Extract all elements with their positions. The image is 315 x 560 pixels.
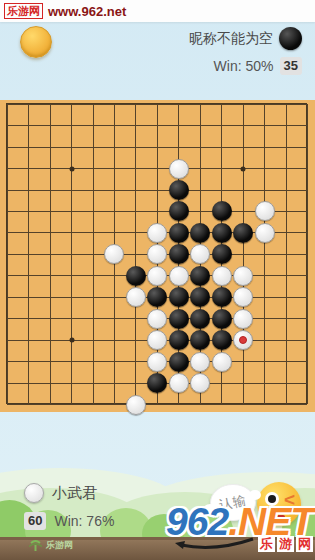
stone-black [190,287,210,307]
star-point [69,338,74,343]
stone-black [212,330,232,350]
black-stone-icon [279,27,302,50]
site-url: www.962.net [48,4,126,19]
board[interactable] [0,100,315,412]
stone-black [169,330,189,350]
stone-white [233,287,253,307]
stone-white [169,373,189,393]
stone-white [104,244,124,264]
player-panel: 小武君 60 Win: 76% [24,483,114,530]
stone-white [190,244,210,264]
signal-icon [28,538,43,552]
stone-white [169,266,189,286]
stone-white [147,223,167,243]
stone-black [147,287,167,307]
stone-white [147,244,167,264]
opponent-name: 昵称不能为空 [189,30,273,48]
stone-white [147,352,167,372]
site-watermark-bar: 乐游网 www.962.net [0,0,315,22]
star-point [241,166,246,171]
player-winrate: Win: 76% [54,513,114,529]
stone-white [126,287,146,307]
brand-sub: 乐游网 [258,536,313,552]
swoosh-icon [173,536,255,552]
player-name: 小武君 [52,484,97,503]
stone-black [169,244,189,264]
stone-black [169,309,189,329]
last-move-marker [239,336,247,344]
stone-white [147,266,167,286]
star-point [69,166,74,171]
opponent-panel: 昵称不能为空 Win: 50% 35 [189,27,302,75]
stone-white [255,201,275,221]
footer-logo: 乐游网 [28,538,73,552]
stone-black [212,309,232,329]
stone-black [190,266,210,286]
app-screen: 乐游网 www.962.net 昵称不能为空 Win: 50% 35 小武君 [0,0,315,560]
stone-black [169,287,189,307]
stone-white [147,309,167,329]
stone-black [169,201,189,221]
stone-black [212,223,232,243]
stone-white [255,223,275,243]
stone-black [212,244,232,264]
stone-white [190,352,210,372]
white-stone-icon [24,483,44,503]
stone-white [233,330,253,350]
stone-black [190,309,210,329]
brand-watermark: 962.NET 乐游网 [166,503,313,552]
stone-black [212,201,232,221]
stone-white [233,309,253,329]
stone-black [169,352,189,372]
opponent-winrate: Win: 50% [214,58,274,74]
stone-white [233,266,253,286]
player-score-badge: 60 [24,512,46,530]
stone-white [212,266,232,286]
menu-button[interactable] [20,26,52,58]
stone-black [147,373,167,393]
stone-white [147,330,167,350]
footer-logo-text: 乐游网 [46,539,73,552]
opponent-score-badge: 35 [280,57,302,75]
stone-black [190,330,210,350]
stone-black [169,180,189,200]
stone-white [190,373,210,393]
stone-white [126,395,146,415]
site-logo: 乐游网 [4,3,43,19]
stone-black [233,223,253,243]
stone-white [212,352,232,372]
stone-white [169,159,189,179]
stone-black [169,223,189,243]
stone-black [190,223,210,243]
stone-black [212,287,232,307]
stone-black [126,266,146,286]
